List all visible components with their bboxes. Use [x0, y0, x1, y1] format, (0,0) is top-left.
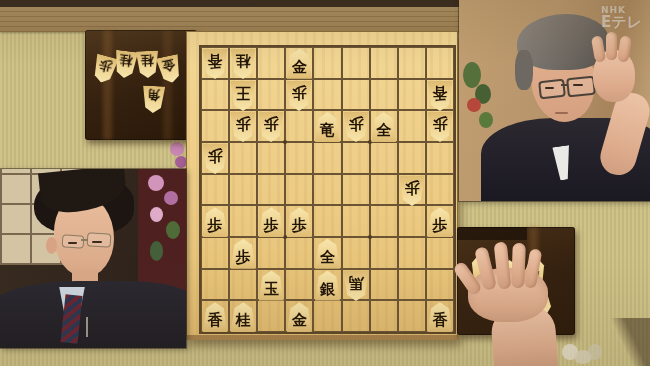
piece-kanji: 金 — [292, 60, 307, 79]
piece-kanji: 銀 — [320, 282, 335, 301]
player-ear — [46, 237, 57, 254]
piece-kanji: 玉 — [264, 282, 279, 301]
piece-kanji: 全 — [320, 250, 335, 269]
board-square — [370, 205, 398, 237]
board-square — [342, 47, 370, 79]
player-mouth — [555, 112, 568, 114]
board-square — [285, 142, 313, 174]
board-square — [201, 237, 229, 269]
board-square — [313, 47, 341, 79]
piece-kanji: 歩 — [292, 81, 307, 100]
white-flower — [560, 336, 608, 366]
board-square — [426, 237, 454, 269]
board-square — [398, 142, 426, 174]
board-square — [398, 47, 426, 79]
player-eye — [573, 84, 583, 86]
board-square — [370, 237, 398, 269]
raised-finger — [606, 32, 617, 60]
board-square — [229, 174, 257, 206]
shogi-piece: 金 — [155, 54, 183, 85]
gote-piece-stand: 歩桂桂金角 — [85, 30, 197, 140]
piece-kanji: 歩 — [208, 144, 223, 163]
sente-player-inset — [0, 169, 186, 348]
board-square — [201, 174, 229, 206]
shogi-piece: 桂 — [136, 51, 160, 79]
board-square — [398, 110, 426, 142]
player-eye — [92, 241, 102, 243]
piece-kanji: 歩 — [432, 112, 447, 131]
board-square — [342, 174, 370, 206]
board-square — [313, 205, 341, 237]
board-square — [229, 269, 257, 301]
glasses-bridge — [561, 84, 568, 86]
glasses-icon — [566, 76, 596, 98]
glasses-bridge — [81, 239, 88, 241]
board-square — [257, 237, 285, 269]
piece-kanji: 歩 — [236, 250, 251, 269]
piece-kanji: 香 — [208, 49, 223, 68]
board-square — [398, 79, 426, 111]
piece-kanji: 歩 — [264, 218, 279, 237]
board-square — [257, 79, 285, 111]
piece-kanji: 角 — [147, 86, 161, 103]
board-square — [257, 47, 285, 79]
star-point — [368, 235, 372, 239]
board-square — [201, 110, 229, 142]
star-point — [283, 235, 287, 239]
board-square — [398, 205, 426, 237]
piece-kanji: 桂 — [119, 50, 134, 67]
board-square — [398, 300, 426, 332]
board-square — [370, 79, 398, 111]
board-square — [342, 142, 370, 174]
player-eye — [545, 87, 554, 89]
board-square — [398, 237, 426, 269]
piece-kanji: 香 — [208, 313, 223, 332]
corner-shadow — [608, 318, 650, 366]
board-square — [285, 269, 313, 301]
board-square — [257, 174, 285, 206]
star-point — [368, 140, 372, 144]
gote-player-inset: NHK Eテレ — [459, 0, 650, 201]
board-square — [313, 79, 341, 111]
board-square — [426, 174, 454, 206]
glasses-icon — [87, 232, 112, 248]
piece-kanji: 金 — [160, 55, 176, 73]
board-square — [201, 79, 229, 111]
board-square — [426, 47, 454, 79]
board-square — [285, 174, 313, 206]
piece-kanji: 桂 — [236, 49, 251, 68]
piece-kanji: 歩 — [236, 112, 251, 131]
board-square — [370, 47, 398, 79]
board-square — [370, 269, 398, 301]
board-square — [229, 205, 257, 237]
channel-watermark: NHK Eテレ — [601, 6, 642, 31]
board-square — [398, 269, 426, 301]
player-eye — [68, 242, 77, 244]
board-grid: 香桂金王歩香歩歩竜歩全歩歩歩歩歩歩歩歩全玉銀馬香桂金香 — [199, 45, 456, 334]
piece-kanji: 桂 — [141, 51, 155, 67]
star-point — [283, 140, 287, 144]
piece-kanji: 香 — [432, 313, 447, 332]
player-hair-side — [515, 50, 533, 90]
board-square — [426, 269, 454, 301]
board-square — [313, 142, 341, 174]
shogi-piece: 歩 — [90, 53, 119, 85]
board-square — [313, 300, 341, 332]
piece-kanji: 歩 — [264, 112, 279, 131]
piece-kanji: 桂 — [236, 313, 251, 332]
board-square — [342, 79, 370, 111]
board-square — [257, 142, 285, 174]
piece-kanji: 王 — [236, 81, 251, 100]
board-square — [342, 205, 370, 237]
player-suit — [0, 281, 186, 348]
piece-kanji: 香 — [432, 81, 447, 100]
board-square — [285, 110, 313, 142]
board-square — [285, 237, 313, 269]
piece-kanji: 歩 — [404, 176, 419, 195]
board-square — [201, 269, 229, 301]
watermark-line2: Eテレ — [601, 15, 642, 31]
piece-kanji: 歩 — [432, 218, 447, 237]
piece-kanji: 金 — [292, 313, 307, 332]
board-square — [257, 300, 285, 332]
board-square — [229, 142, 257, 174]
board-square — [342, 237, 370, 269]
board-square — [426, 142, 454, 174]
board-square — [370, 300, 398, 332]
piece-kanji: 馬 — [348, 271, 363, 290]
tv-frame: 歩桂桂金角 香桂金王歩香歩歩竜歩全歩歩歩歩歩歩歩歩全玉銀馬香桂金香 金銀 — [0, 0, 650, 366]
piece-kanji: 全 — [376, 123, 391, 142]
shogi-board: 香桂金王歩香歩歩竜歩全歩歩歩歩歩歩歩歩全玉銀馬香桂金香 — [186, 31, 458, 340]
glasses-icon — [538, 79, 566, 100]
board-square — [370, 142, 398, 174]
piece-kanji: 竜 — [320, 123, 335, 142]
microphone — [86, 317, 88, 337]
piece-kanji: 歩 — [208, 218, 223, 237]
board-square — [313, 174, 341, 206]
board-square — [370, 174, 398, 206]
board-square — [342, 300, 370, 332]
piece-kanji: 歩 — [98, 55, 115, 74]
piece-kanji: 歩 — [292, 218, 307, 237]
piece-kanji: 歩 — [348, 112, 363, 131]
